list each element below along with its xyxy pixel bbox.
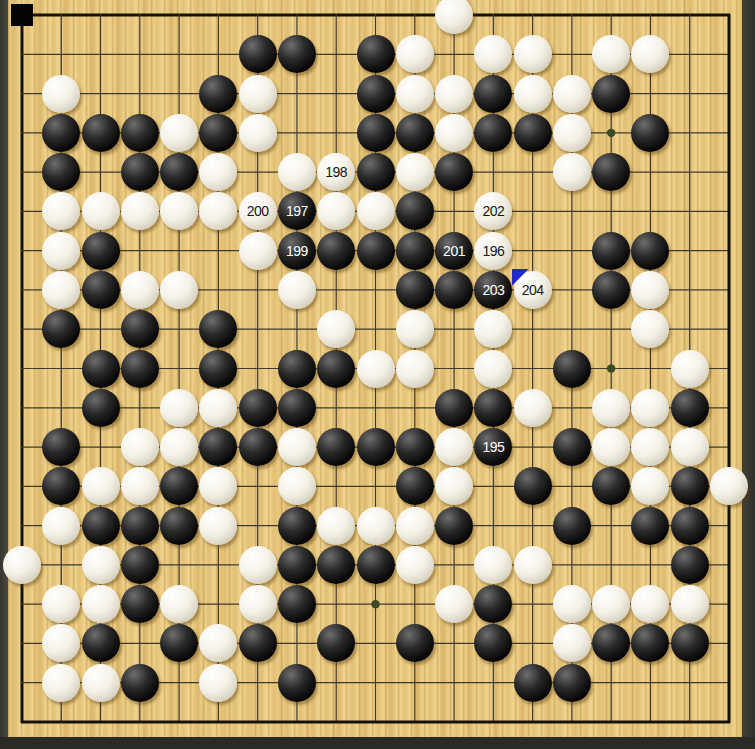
stone-white (160, 428, 198, 466)
stone-black (435, 507, 473, 545)
stone-black (592, 271, 630, 309)
bottom-frame-bar (0, 737, 755, 749)
stone-white (3, 546, 41, 584)
stone-white (435, 428, 473, 466)
stone-black (278, 585, 316, 623)
stone-black (592, 153, 630, 191)
stone-white (239, 546, 277, 584)
stone-white (160, 114, 198, 152)
stone-black (553, 507, 591, 545)
stone-white (435, 585, 473, 623)
move-number-label: 202 (482, 204, 504, 218)
stone-black (317, 428, 355, 466)
star-point (607, 364, 615, 372)
stone-black (121, 350, 159, 388)
stone-white (42, 507, 80, 545)
stone-black (42, 114, 80, 152)
stone-white (396, 350, 434, 388)
stone-black (121, 546, 159, 584)
stone-white (199, 507, 237, 545)
stone-white (592, 389, 630, 427)
stone-black (435, 389, 473, 427)
stone-white (553, 75, 591, 113)
stone-black (317, 546, 355, 584)
stone-white (553, 114, 591, 152)
stone-white (435, 75, 473, 113)
stone-black (278, 664, 316, 702)
stone-black (396, 271, 434, 309)
stone-white (199, 664, 237, 702)
stone-black (357, 35, 395, 73)
stone-black (671, 507, 709, 545)
stone-white (121, 271, 159, 309)
stone-white (42, 75, 80, 113)
move-number-label: 201 (443, 244, 465, 258)
stone-black (160, 153, 198, 191)
stone-black (435, 153, 473, 191)
stone-black (357, 114, 395, 152)
stone-white (239, 75, 277, 113)
stone-black (239, 389, 277, 427)
stone-white (396, 546, 434, 584)
stone-black (396, 428, 434, 466)
stone-white (82, 585, 120, 623)
move-number-label: 199 (286, 244, 308, 258)
stone-black (82, 507, 120, 545)
stone-white (82, 467, 120, 505)
stone-white (199, 389, 237, 427)
stone-white (278, 428, 316, 466)
stone-black (396, 232, 434, 270)
stone-white-196: 196 (474, 232, 512, 270)
stone-black (239, 35, 277, 73)
stone-black (121, 310, 159, 348)
move-number-label: 196 (482, 244, 504, 258)
stone-black (631, 232, 669, 270)
stone-black-203: 203 (474, 271, 512, 309)
stone-white (357, 192, 395, 230)
stone-white (160, 389, 198, 427)
stone-black (82, 350, 120, 388)
stone-white-200: 200 (239, 192, 277, 230)
stone-black (474, 389, 512, 427)
stone-black (396, 467, 434, 505)
stone-white (631, 389, 669, 427)
stone-black (671, 389, 709, 427)
stone-black (199, 75, 237, 113)
stone-white (239, 114, 277, 152)
corner-square-marker (11, 4, 33, 26)
stone-white (671, 428, 709, 466)
stone-black (357, 153, 395, 191)
stone-black (631, 507, 669, 545)
stone-black (631, 114, 669, 152)
stone-black (278, 350, 316, 388)
stone-black (278, 546, 316, 584)
stone-black (121, 153, 159, 191)
stone-white (42, 664, 80, 702)
stone-black (317, 350, 355, 388)
stone-black (553, 664, 591, 702)
stone-black (396, 624, 434, 662)
stone-white (239, 232, 277, 270)
stone-black (396, 114, 434, 152)
stone-black (553, 350, 591, 388)
stone-white (82, 192, 120, 230)
stone-black (396, 192, 434, 230)
stone-black (514, 114, 552, 152)
stone-black (239, 428, 277, 466)
stone-white (278, 467, 316, 505)
right-frame-strip (742, 0, 755, 737)
stone-white (396, 35, 434, 73)
stone-black (671, 624, 709, 662)
stone-white (553, 153, 591, 191)
stone-white (553, 585, 591, 623)
move-number-label: 198 (325, 165, 347, 179)
stone-white (160, 271, 198, 309)
stone-white (82, 664, 120, 702)
stone-white (671, 585, 709, 623)
stone-black (357, 75, 395, 113)
stone-black (82, 271, 120, 309)
stone-white (357, 350, 395, 388)
stone-black (592, 75, 630, 113)
stone-black (553, 428, 591, 466)
stone-black (278, 507, 316, 545)
stone-black (160, 507, 198, 545)
stone-black (317, 232, 355, 270)
stone-black (357, 428, 395, 466)
stone-black-199: 199 (278, 232, 316, 270)
stone-white (396, 310, 434, 348)
stone-white (514, 35, 552, 73)
stone-black (671, 467, 709, 505)
stone-white (121, 467, 159, 505)
stone-black (121, 664, 159, 702)
stone-black (82, 232, 120, 270)
stone-black (514, 664, 552, 702)
move-number-label: 200 (247, 204, 269, 218)
move-number-label: 197 (286, 204, 308, 218)
stone-white (435, 114, 473, 152)
stone-white (42, 232, 80, 270)
stone-white (474, 546, 512, 584)
move-number-label: 195 (482, 440, 504, 454)
stone-white (396, 75, 434, 113)
stone-white (278, 271, 316, 309)
stone-black (474, 75, 512, 113)
stone-white (317, 507, 355, 545)
star-point (371, 600, 379, 608)
stone-black (514, 467, 552, 505)
stone-black (82, 624, 120, 662)
left-frame-strip (0, 0, 8, 737)
stone-white (121, 192, 159, 230)
stone-black (199, 114, 237, 152)
stone-white (514, 75, 552, 113)
stone-black (671, 546, 709, 584)
stone-white (82, 546, 120, 584)
stone-white (42, 271, 80, 309)
stone-black (239, 624, 277, 662)
stone-black (121, 585, 159, 623)
stone-white (671, 350, 709, 388)
go-board[interactable]: 198200197202199201196203204195 (8, 0, 742, 737)
stone-black (357, 546, 395, 584)
stone-black (592, 232, 630, 270)
stone-white (592, 428, 630, 466)
stone-black (474, 114, 512, 152)
stone-white (239, 585, 277, 623)
stone-black (357, 232, 395, 270)
stone-black (121, 114, 159, 152)
stone-black (82, 389, 120, 427)
stone-black (278, 389, 316, 427)
stone-black (121, 507, 159, 545)
stone-white (121, 428, 159, 466)
stone-black (435, 271, 473, 309)
stone-white (474, 350, 512, 388)
stone-white (514, 546, 552, 584)
stone-white (396, 507, 434, 545)
stone-white (514, 389, 552, 427)
stone-black (82, 114, 120, 152)
stone-black (199, 350, 237, 388)
screen: 198200197202199201196203204195 (0, 0, 755, 749)
stone-black (278, 35, 316, 73)
move-number-label: 203 (482, 283, 504, 297)
stone-white (278, 153, 316, 191)
stone-black-201: 201 (435, 232, 473, 270)
stone-white (160, 585, 198, 623)
stone-white (357, 507, 395, 545)
stone-white (396, 153, 434, 191)
star-point (607, 129, 615, 137)
move-number-label: 204 (522, 283, 544, 297)
